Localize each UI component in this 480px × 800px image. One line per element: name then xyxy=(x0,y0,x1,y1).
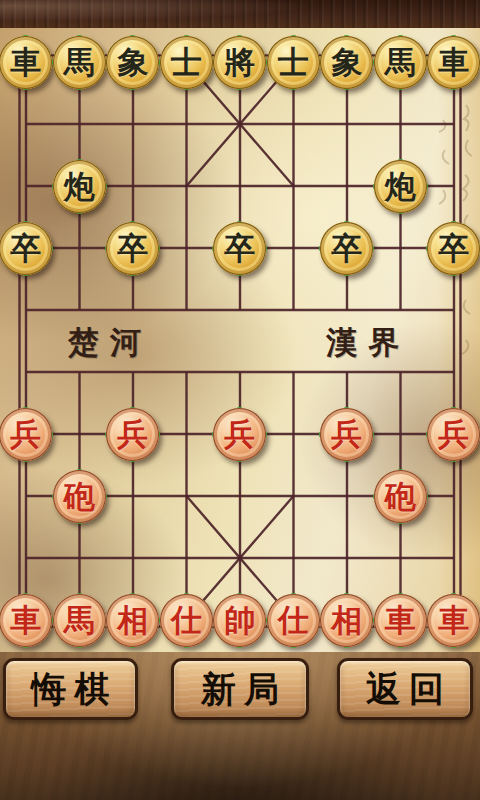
red-piece-b10[interactable]: 馬 xyxy=(53,594,106,647)
red-piece-b8[interactable]: 砲 xyxy=(53,470,106,523)
board-point-b8: 砲 xyxy=(53,465,107,527)
piece-glyph: 相 xyxy=(331,605,362,636)
black-piece-c4[interactable]: 卒 xyxy=(106,222,159,275)
xiangqi-board: 楚河 漢界 車馬象士將士象馬車炮炮卒卒卒卒卒兵兵兵兵兵砲砲車馬相仕帥仕相車車 xyxy=(0,28,480,654)
piece-glyph: 車 xyxy=(10,47,41,78)
board-point-h8: 砲 xyxy=(374,465,428,527)
piece-glyph: 車 xyxy=(438,47,469,78)
board-point-g10: 相 xyxy=(320,589,374,651)
black-piece-g4[interactable]: 卒 xyxy=(320,222,373,275)
red-piece-f10[interactable]: 仕 xyxy=(267,594,320,647)
piece-glyph: 仕 xyxy=(278,605,309,636)
piece-glyph: 卒 xyxy=(438,233,469,264)
board-point-g4: 卒 xyxy=(320,217,374,279)
board-point-a7: 兵 xyxy=(0,403,53,465)
piece-glyph: 將 xyxy=(224,47,255,78)
board-point-a4: 卒 xyxy=(0,217,53,279)
board-point-h3: 炮 xyxy=(374,155,428,217)
board-point-b1: 馬 xyxy=(53,31,107,93)
black-piece-g1[interactable]: 象 xyxy=(320,36,373,89)
red-piece-h8[interactable]: 砲 xyxy=(374,470,427,523)
piece-glyph: 帥 xyxy=(224,605,255,636)
back-button[interactable]: 返回 xyxy=(337,658,473,720)
board-point-a1: 車 xyxy=(0,31,53,93)
black-piece-i1[interactable]: 車 xyxy=(427,36,480,89)
red-piece-a7[interactable]: 兵 xyxy=(0,408,52,461)
black-piece-h3[interactable]: 炮 xyxy=(374,160,427,213)
board-point-e4: 卒 xyxy=(213,217,267,279)
piece-glyph: 兵 xyxy=(438,419,469,450)
red-piece-c7[interactable]: 兵 xyxy=(106,408,159,461)
board-point-g1: 象 xyxy=(320,31,374,93)
board-point-i7: 兵 xyxy=(427,403,480,465)
board-point-i1: 車 xyxy=(427,31,480,93)
piece-glyph: 象 xyxy=(331,47,362,78)
red-piece-i10[interactable]: 車 xyxy=(427,594,480,647)
red-piece-g10[interactable]: 相 xyxy=(320,594,373,647)
black-piece-e4[interactable]: 卒 xyxy=(213,222,266,275)
black-piece-c1[interactable]: 象 xyxy=(106,36,159,89)
board-point-h1: 馬 xyxy=(374,31,428,93)
new-game-button[interactable]: 新局 xyxy=(171,658,309,720)
board-point-f10: 仕 xyxy=(267,589,321,651)
game-screen: 楚河 漢界 車馬象士將士象馬車炮炮卒卒卒卒卒兵兵兵兵兵砲砲車馬相仕帥仕相車車 悔… xyxy=(0,0,480,800)
board-point-c1: 象 xyxy=(106,31,160,93)
board-point-c4: 卒 xyxy=(106,217,160,279)
red-piece-e10[interactable]: 帥 xyxy=(213,594,266,647)
piece-glyph: 士 xyxy=(278,47,309,78)
black-piece-b3[interactable]: 炮 xyxy=(53,160,106,213)
piece-glyph: 兵 xyxy=(331,419,362,450)
red-piece-c10[interactable]: 相 xyxy=(106,594,159,647)
board-point-e7: 兵 xyxy=(213,403,267,465)
piece-glyph: 兵 xyxy=(117,419,148,450)
piece-glyph: 象 xyxy=(117,47,148,78)
piece-glyph: 仕 xyxy=(171,605,202,636)
black-piece-a1[interactable]: 車 xyxy=(0,36,52,89)
black-piece-h1[interactable]: 馬 xyxy=(374,36,427,89)
red-piece-g7[interactable]: 兵 xyxy=(320,408,373,461)
piece-glyph: 卒 xyxy=(117,233,148,264)
piece-glyph: 兵 xyxy=(10,419,41,450)
board-point-c10: 相 xyxy=(106,589,160,651)
board-point-i10: 車 xyxy=(427,589,480,651)
black-piece-a4[interactable]: 卒 xyxy=(0,222,52,275)
piece-glyph: 車 xyxy=(385,605,416,636)
red-piece-e7[interactable]: 兵 xyxy=(213,408,266,461)
black-piece-f1[interactable]: 士 xyxy=(267,36,320,89)
board-point-d10: 仕 xyxy=(160,589,214,651)
board-point-e1: 將 xyxy=(213,31,267,93)
piece-grid: 車馬象士將士象馬車炮炮卒卒卒卒卒兵兵兵兵兵砲砲車馬相仕帥仕相車車 xyxy=(0,31,480,651)
piece-glyph: 馬 xyxy=(64,605,95,636)
board-point-h10: 車 xyxy=(374,589,428,651)
board-point-e10: 帥 xyxy=(213,589,267,651)
board-point-g7: 兵 xyxy=(320,403,374,465)
board-point-f1: 士 xyxy=(267,31,321,93)
piece-glyph: 馬 xyxy=(64,47,95,78)
piece-glyph: 相 xyxy=(117,605,148,636)
red-piece-i7[interactable]: 兵 xyxy=(427,408,480,461)
red-piece-h10[interactable]: 車 xyxy=(374,594,427,647)
board-point-c7: 兵 xyxy=(106,403,160,465)
piece-glyph: 卒 xyxy=(331,233,362,264)
piece-glyph: 兵 xyxy=(224,419,255,450)
red-piece-a10[interactable]: 車 xyxy=(0,594,52,647)
black-piece-i4[interactable]: 卒 xyxy=(427,222,480,275)
undo-button[interactable]: 悔棋 xyxy=(3,658,138,720)
red-piece-d10[interactable]: 仕 xyxy=(160,594,213,647)
piece-glyph: 卒 xyxy=(10,233,41,264)
piece-glyph: 士 xyxy=(171,47,202,78)
piece-glyph: 炮 xyxy=(64,171,95,202)
board-point-b3: 炮 xyxy=(53,155,107,217)
black-piece-b1[interactable]: 馬 xyxy=(53,36,106,89)
piece-glyph: 馬 xyxy=(385,47,416,78)
black-piece-e1[interactable]: 將 xyxy=(213,36,266,89)
piece-glyph: 車 xyxy=(438,605,469,636)
piece-glyph: 炮 xyxy=(385,171,416,202)
piece-glyph: 卒 xyxy=(224,233,255,264)
piece-glyph: 砲 xyxy=(64,481,95,512)
board-point-d1: 士 xyxy=(160,31,214,93)
black-piece-d1[interactable]: 士 xyxy=(160,36,213,89)
piece-glyph: 砲 xyxy=(385,481,416,512)
board-point-i4: 卒 xyxy=(427,217,480,279)
board-point-a10: 車 xyxy=(0,589,53,651)
board-point-b10: 馬 xyxy=(53,589,107,651)
piece-glyph: 車 xyxy=(10,605,41,636)
